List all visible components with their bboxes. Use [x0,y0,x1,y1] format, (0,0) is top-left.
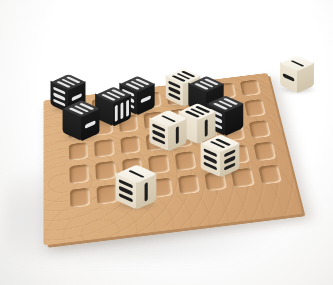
board-recess[interactable] [94,139,114,158]
board-recess[interactable] [174,151,196,171]
board-recess[interactable] [69,187,90,208]
board-recess[interactable] [243,99,265,117]
board-recess[interactable] [69,164,89,184]
game-photo-scene [0,0,333,285]
cube-white[interactable] [201,130,240,175]
cube-white[interactable] [149,105,186,148]
cube-white[interactable] [116,159,157,206]
cube-black[interactable] [95,82,131,123]
board-recess[interactable] [177,174,200,195]
board-recess[interactable] [68,142,88,161]
cube-white-offboard[interactable] [280,51,314,90]
board-recess[interactable] [257,164,281,184]
board-recess[interactable] [248,120,271,139]
board-recess[interactable] [95,161,116,181]
board-recess[interactable] [252,142,275,162]
board-recess[interactable] [120,136,140,155]
cube-black[interactable] [63,96,100,139]
